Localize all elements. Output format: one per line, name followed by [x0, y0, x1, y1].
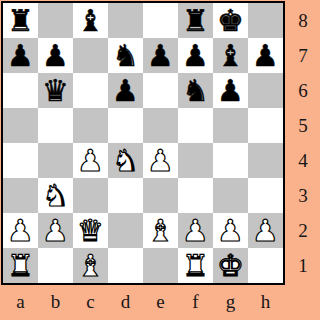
square-e4[interactable]: ♟ [143, 143, 178, 178]
square-b1[interactable] [38, 248, 73, 283]
square-h3[interactable] [248, 178, 283, 213]
rank-label-2: 2 [288, 213, 318, 248]
white-pawn-c4: ♟ [77, 143, 104, 178]
square-a4[interactable] [3, 143, 38, 178]
square-f1[interactable]: ♜ [178, 248, 213, 283]
black-bishop-c8: ♝ [77, 3, 104, 38]
file-label-a: a [3, 288, 38, 316]
square-c3[interactable] [73, 178, 108, 213]
square-h8[interactable] [248, 3, 283, 38]
file-label-b: b [38, 288, 73, 316]
square-d3[interactable] [108, 178, 143, 213]
square-a5[interactable] [3, 108, 38, 143]
square-c8[interactable]: ♝ [73, 3, 108, 38]
square-b6[interactable]: ♛ [38, 73, 73, 108]
white-rook-a1: ♜ [7, 248, 34, 283]
square-b8[interactable] [38, 3, 73, 38]
rank-label-6: 6 [288, 73, 318, 108]
square-e5[interactable] [143, 108, 178, 143]
square-g2[interactable]: ♟ [213, 213, 248, 248]
square-a2[interactable]: ♟ [3, 213, 38, 248]
square-g3[interactable] [213, 178, 248, 213]
file-label-f: f [178, 288, 213, 316]
square-c6[interactable] [73, 73, 108, 108]
black-pawn-b7: ♟ [42, 38, 69, 73]
white-knight-b3: ♞ [42, 178, 69, 213]
square-e2[interactable]: ♝ [143, 213, 178, 248]
square-e6[interactable] [143, 73, 178, 108]
rank-label-3: 3 [288, 178, 318, 213]
black-pawn-h7: ♟ [252, 38, 279, 73]
square-f6[interactable]: ♞ [178, 73, 213, 108]
square-g7[interactable]: ♝ [213, 38, 248, 73]
rank-labels: 87654321 [288, 3, 318, 283]
chess-board: ♜♝♜♚♟♟♞♟♟♝♟♛♟♞♟♟♞♟♞♟♟♛♝♟♟♟♜♝♜♚ [1, 1, 285, 285]
square-b7[interactable]: ♟ [38, 38, 73, 73]
square-a7[interactable]: ♟ [3, 38, 38, 73]
white-pawn-e4: ♟ [147, 143, 174, 178]
white-pawn-g2: ♟ [217, 213, 244, 248]
file-label-c: c [73, 288, 108, 316]
square-h7[interactable]: ♟ [248, 38, 283, 73]
black-knight-d7: ♞ [112, 38, 139, 73]
square-b2[interactable]: ♟ [38, 213, 73, 248]
rank-label-4: 4 [288, 143, 318, 178]
white-pawn-h2: ♟ [252, 213, 279, 248]
file-labels: abcdefgh [3, 288, 283, 316]
file-label-g: g [213, 288, 248, 316]
rank-label-1: 1 [288, 248, 318, 283]
square-f5[interactable] [178, 108, 213, 143]
square-g5[interactable] [213, 108, 248, 143]
white-pawn-b2: ♟ [42, 213, 69, 248]
square-d1[interactable] [108, 248, 143, 283]
black-queen-b6: ♛ [42, 73, 69, 108]
square-f8[interactable]: ♜ [178, 3, 213, 38]
black-knight-f6: ♞ [182, 73, 209, 108]
black-pawn-g6: ♟ [217, 73, 244, 108]
square-a8[interactable]: ♜ [3, 3, 38, 38]
square-h1[interactable] [248, 248, 283, 283]
square-a3[interactable] [3, 178, 38, 213]
square-f4[interactable] [178, 143, 213, 178]
black-rook-a8: ♜ [7, 3, 34, 38]
rank-label-7: 7 [288, 38, 318, 73]
square-d7[interactable]: ♞ [108, 38, 143, 73]
black-rook-f8: ♜ [182, 3, 209, 38]
square-f3[interactable] [178, 178, 213, 213]
square-e3[interactable] [143, 178, 178, 213]
black-bishop-g7: ♝ [217, 38, 244, 73]
square-b3[interactable]: ♞ [38, 178, 73, 213]
file-label-d: d [108, 288, 143, 316]
square-g8[interactable]: ♚ [213, 3, 248, 38]
square-d6[interactable]: ♟ [108, 73, 143, 108]
square-f7[interactable]: ♟ [178, 38, 213, 73]
white-king-g1: ♚ [217, 248, 244, 283]
square-h6[interactable] [248, 73, 283, 108]
square-e7[interactable]: ♟ [143, 38, 178, 73]
square-a6[interactable] [3, 73, 38, 108]
square-d5[interactable] [108, 108, 143, 143]
file-label-h: h [248, 288, 283, 316]
white-queen-c2: ♛ [77, 213, 104, 248]
rank-label-5: 5 [288, 108, 318, 143]
square-c4[interactable]: ♟ [73, 143, 108, 178]
white-knight-d4: ♞ [112, 143, 139, 178]
white-bishop-c1: ♝ [77, 248, 104, 283]
black-pawn-e7: ♟ [147, 38, 174, 73]
square-e1[interactable] [143, 248, 178, 283]
white-rook-f1: ♜ [182, 248, 209, 283]
square-c2[interactable]: ♛ [73, 213, 108, 248]
square-d8[interactable] [108, 3, 143, 38]
white-pawn-f2: ♟ [182, 213, 209, 248]
black-king-g8: ♚ [217, 3, 244, 38]
square-h4[interactable] [248, 143, 283, 178]
square-f2[interactable]: ♟ [178, 213, 213, 248]
square-c7[interactable] [73, 38, 108, 73]
square-h2[interactable]: ♟ [248, 213, 283, 248]
square-a1[interactable]: ♜ [3, 248, 38, 283]
square-e8[interactable] [143, 3, 178, 38]
white-pawn-a2: ♟ [7, 213, 34, 248]
square-c1[interactable]: ♝ [73, 248, 108, 283]
square-g1[interactable]: ♚ [213, 248, 248, 283]
square-c5[interactable] [73, 108, 108, 143]
file-label-e: e [143, 288, 178, 316]
square-g6[interactable]: ♟ [213, 73, 248, 108]
black-pawn-f7: ♟ [182, 38, 209, 73]
square-b4[interactable] [38, 143, 73, 178]
white-bishop-e2: ♝ [147, 213, 174, 248]
square-h5[interactable] [248, 108, 283, 143]
black-pawn-a7: ♟ [7, 38, 34, 73]
rank-label-8: 8 [288, 3, 318, 38]
square-d4[interactable]: ♞ [108, 143, 143, 178]
black-pawn-d6: ♟ [112, 73, 139, 108]
square-g4[interactable] [213, 143, 248, 178]
square-b5[interactable] [38, 108, 73, 143]
square-d2[interactable] [108, 213, 143, 248]
